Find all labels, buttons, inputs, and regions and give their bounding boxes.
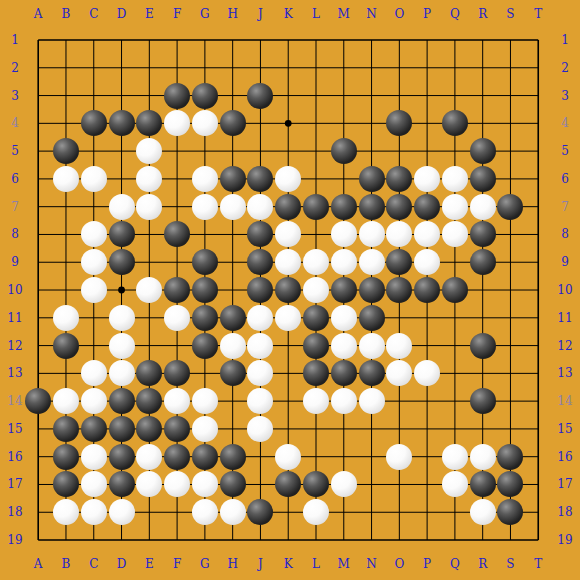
white-stone-L10 xyxy=(303,277,329,303)
row-label-right: 18 xyxy=(557,506,572,518)
black-stone-S7 xyxy=(497,194,523,220)
column-label-top: N xyxy=(366,8,377,20)
column-label-top: A xyxy=(34,8,43,20)
white-stone-R18 xyxy=(470,499,496,525)
black-stone-F16 xyxy=(164,444,190,470)
row-label-right: 16 xyxy=(557,451,572,463)
black-stone-C4 xyxy=(81,110,107,136)
black-stone-R8 xyxy=(470,221,496,247)
row-label-right: 11 xyxy=(557,312,572,324)
column-label-top: G xyxy=(200,8,210,20)
white-stone-O16 xyxy=(386,444,412,470)
row-label-left: 14 xyxy=(7,395,22,407)
black-stone-B15 xyxy=(53,416,79,442)
black-stone-N13 xyxy=(359,360,385,386)
black-stone-G9 xyxy=(192,249,218,275)
black-stone-R14 xyxy=(470,388,496,414)
column-label-bottom: A xyxy=(34,558,43,570)
row-label-left: 7 xyxy=(11,201,19,213)
black-stone-L12 xyxy=(303,333,329,359)
row-label-right: 15 xyxy=(557,423,572,435)
black-stone-C15 xyxy=(81,416,107,442)
black-stone-B16 xyxy=(53,444,79,470)
white-stone-N12 xyxy=(359,333,385,359)
black-stone-M5 xyxy=(331,138,357,164)
row-label-right: 8 xyxy=(561,228,569,240)
black-stone-N7 xyxy=(359,194,385,220)
column-label-bottom: O xyxy=(394,558,404,570)
row-label-right: 10 xyxy=(557,284,572,296)
black-stone-H11 xyxy=(220,305,246,331)
black-stone-N10 xyxy=(359,277,385,303)
white-stone-H18 xyxy=(220,499,246,525)
column-label-bottom: G xyxy=(200,558,210,570)
column-label-top: F xyxy=(173,8,181,20)
goban-app: AABBCCDDEEFFGGHHJJKKLLMMNNOOPPQQRRSSTT11… xyxy=(0,0,580,580)
row-label-right: 14 xyxy=(557,395,572,407)
column-label-bottom: C xyxy=(89,558,98,570)
black-stone-G10 xyxy=(192,277,218,303)
black-stone-D16 xyxy=(109,444,135,470)
white-stone-E7 xyxy=(136,194,162,220)
white-stone-C14 xyxy=(81,388,107,414)
row-label-left: 9 xyxy=(11,256,19,268)
column-label-top: L xyxy=(312,8,320,20)
black-stone-H17 xyxy=(220,471,246,497)
column-label-top: D xyxy=(117,8,127,20)
row-label-left: 3 xyxy=(11,90,19,102)
row-label-left: 1 xyxy=(11,34,19,46)
white-stone-D12 xyxy=(109,333,135,359)
white-stone-N9 xyxy=(359,249,385,275)
white-stone-E16 xyxy=(136,444,162,470)
white-stone-R16 xyxy=(470,444,496,470)
column-label-top: P xyxy=(423,8,431,20)
row-label-left: 15 xyxy=(7,423,22,435)
black-stone-N11 xyxy=(359,305,385,331)
column-label-bottom: E xyxy=(145,558,154,570)
row-label-left: 12 xyxy=(7,340,22,352)
white-stone-L14 xyxy=(303,388,329,414)
white-stone-C9 xyxy=(81,249,107,275)
white-stone-C6 xyxy=(81,166,107,192)
row-label-right: 2 xyxy=(561,62,569,74)
black-stone-D15 xyxy=(109,416,135,442)
column-label-bottom: S xyxy=(506,558,514,570)
black-stone-R17 xyxy=(470,471,496,497)
black-stone-D17 xyxy=(109,471,135,497)
row-label-right: 4 xyxy=(561,117,569,129)
column-label-bottom: M xyxy=(338,558,350,570)
row-label-right: 17 xyxy=(557,478,572,490)
column-label-bottom: D xyxy=(117,558,127,570)
black-stone-P10 xyxy=(414,277,440,303)
column-label-top: C xyxy=(89,8,98,20)
white-stone-B6 xyxy=(53,166,79,192)
column-label-bottom: F xyxy=(173,558,181,570)
white-stone-D13 xyxy=(109,360,135,386)
black-stone-K7 xyxy=(275,194,301,220)
black-stone-B5 xyxy=(53,138,79,164)
white-stone-C13 xyxy=(81,360,107,386)
white-stone-M12 xyxy=(331,333,357,359)
black-stone-R12 xyxy=(470,333,496,359)
row-label-left: 19 xyxy=(7,534,22,546)
white-stone-B11 xyxy=(53,305,79,331)
column-label-bottom: L xyxy=(312,558,320,570)
column-label-bottom: J xyxy=(258,558,263,570)
white-stone-P6 xyxy=(414,166,440,192)
column-label-bottom: B xyxy=(62,558,71,570)
white-stone-J7 xyxy=(247,194,273,220)
black-stone-L7 xyxy=(303,194,329,220)
black-stone-H4 xyxy=(220,110,246,136)
black-stone-N6 xyxy=(359,166,385,192)
white-stone-D18 xyxy=(109,499,135,525)
column-label-bottom: P xyxy=(423,558,431,570)
column-label-bottom: N xyxy=(366,558,377,570)
black-stone-F3 xyxy=(164,83,190,109)
column-label-top: T xyxy=(534,8,542,20)
column-label-top: K xyxy=(284,8,293,20)
white-stone-K16 xyxy=(275,444,301,470)
column-label-top: M xyxy=(338,8,350,20)
column-label-top: O xyxy=(394,8,404,20)
row-label-right: 13 xyxy=(557,367,572,379)
row-label-right: 7 xyxy=(561,201,569,213)
white-stone-F11 xyxy=(164,305,190,331)
row-label-left: 6 xyxy=(11,173,19,185)
black-stone-O7 xyxy=(386,194,412,220)
row-label-right: 12 xyxy=(557,340,572,352)
row-label-right: 5 xyxy=(561,145,569,157)
white-stone-G14 xyxy=(192,388,218,414)
white-stone-G7 xyxy=(192,194,218,220)
star-point xyxy=(285,120,292,127)
row-label-left: 11 xyxy=(7,312,22,324)
white-stone-G18 xyxy=(192,499,218,525)
black-stone-M7 xyxy=(331,194,357,220)
black-stone-H13 xyxy=(220,360,246,386)
white-stone-M9 xyxy=(331,249,357,275)
black-stone-P7 xyxy=(414,194,440,220)
column-label-bottom: H xyxy=(227,558,237,570)
column-label-top: Q xyxy=(450,8,460,20)
white-stone-M11 xyxy=(331,305,357,331)
black-stone-J3 xyxy=(247,83,273,109)
column-label-bottom: T xyxy=(534,558,542,570)
row-label-left: 8 xyxy=(11,228,19,240)
white-stone-G15 xyxy=(192,416,218,442)
white-stone-K11 xyxy=(275,305,301,331)
row-label-left: 16 xyxy=(7,451,22,463)
row-label-left: 10 xyxy=(7,284,22,296)
column-label-bottom: R xyxy=(478,558,487,570)
black-stone-D4 xyxy=(109,110,135,136)
white-stone-Q16 xyxy=(442,444,468,470)
row-label-left: 4 xyxy=(11,117,19,129)
white-stone-N14 xyxy=(359,388,385,414)
white-stone-R7 xyxy=(470,194,496,220)
black-stone-D8 xyxy=(109,221,135,247)
white-stone-D11 xyxy=(109,305,135,331)
white-stone-N8 xyxy=(359,221,385,247)
white-stone-J12 xyxy=(247,333,273,359)
column-label-top: R xyxy=(478,8,487,20)
row-label-left: 17 xyxy=(7,478,22,490)
column-label-top: S xyxy=(506,8,514,20)
white-stone-K6 xyxy=(275,166,301,192)
column-label-top: B xyxy=(62,8,71,20)
row-label-left: 2 xyxy=(11,62,19,74)
black-stone-R9 xyxy=(470,249,496,275)
column-label-top: J xyxy=(258,8,263,20)
white-stone-M14 xyxy=(331,388,357,414)
column-label-top: H xyxy=(227,8,237,20)
column-label-top: E xyxy=(145,8,154,20)
black-stone-S16 xyxy=(497,444,523,470)
black-stone-M13 xyxy=(331,360,357,386)
black-stone-R6 xyxy=(470,166,496,192)
white-stone-G6 xyxy=(192,166,218,192)
black-stone-L11 xyxy=(303,305,329,331)
black-stone-D14 xyxy=(109,388,135,414)
black-stone-G3 xyxy=(192,83,218,109)
black-stone-G12 xyxy=(192,333,218,359)
black-stone-H16 xyxy=(220,444,246,470)
row-label-right: 9 xyxy=(561,256,569,268)
column-label-bottom: Q xyxy=(450,558,460,570)
black-stone-R5 xyxy=(470,138,496,164)
row-label-right: 3 xyxy=(561,90,569,102)
black-stone-H6 xyxy=(220,166,246,192)
white-stone-C18 xyxy=(81,499,107,525)
white-stone-D7 xyxy=(109,194,135,220)
row-label-right: 6 xyxy=(561,173,569,185)
white-stone-Q7 xyxy=(442,194,468,220)
white-stone-C16 xyxy=(81,444,107,470)
star-point xyxy=(118,287,125,294)
black-stone-M10 xyxy=(331,277,357,303)
row-label-right: 19 xyxy=(557,534,572,546)
white-stone-C10 xyxy=(81,277,107,303)
row-label-left: 5 xyxy=(11,145,19,157)
column-label-bottom: K xyxy=(284,558,293,570)
white-stone-H12 xyxy=(220,333,246,359)
white-stone-O12 xyxy=(386,333,412,359)
black-stone-F10 xyxy=(164,277,190,303)
white-stone-H7 xyxy=(220,194,246,220)
black-stone-Q10 xyxy=(442,277,468,303)
black-stone-G16 xyxy=(192,444,218,470)
black-stone-B12 xyxy=(53,333,79,359)
row-label-left: 13 xyxy=(7,367,22,379)
black-stone-F15 xyxy=(164,416,190,442)
row-label-right: 1 xyxy=(561,34,569,46)
black-stone-G11 xyxy=(192,305,218,331)
white-stone-Q6 xyxy=(442,166,468,192)
black-stone-D9 xyxy=(109,249,135,275)
white-stone-B14 xyxy=(53,388,79,414)
row-label-left: 18 xyxy=(7,506,22,518)
